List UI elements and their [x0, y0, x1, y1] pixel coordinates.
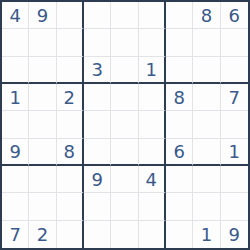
cell-r7c6[interactable]: 4 — [139, 166, 166, 193]
cell-r9c2[interactable]: 2 — [29, 221, 56, 248]
cell-r3c2[interactable] — [29, 57, 56, 84]
cell-r1c7[interactable] — [166, 2, 193, 29]
cell-r5c1[interactable] — [2, 111, 29, 138]
cell-r7c7[interactable] — [166, 166, 193, 193]
cell-r9c3[interactable] — [57, 221, 84, 248]
cell-r5c7[interactable] — [166, 111, 193, 138]
cell-r4c9[interactable]: 7 — [221, 84, 248, 111]
cell-r3c9[interactable] — [221, 57, 248, 84]
cell-r5c5[interactable] — [111, 111, 138, 138]
cell-r5c2[interactable] — [29, 111, 56, 138]
cell-r6c6[interactable] — [139, 139, 166, 166]
cell-r3c6[interactable]: 1 — [139, 57, 166, 84]
cell-r6c4[interactable] — [84, 139, 111, 166]
cell-r7c3[interactable] — [57, 166, 84, 193]
cell-r6c9[interactable]: 1 — [221, 139, 248, 166]
cell-r3c4[interactable]: 3 — [84, 57, 111, 84]
cell-r1c3[interactable] — [57, 2, 84, 29]
cell-r3c7[interactable] — [166, 57, 193, 84]
cell-r8c6[interactable] — [139, 193, 166, 220]
cell-r9c5[interactable] — [111, 221, 138, 248]
cell-r6c5[interactable] — [111, 139, 138, 166]
cell-r3c8[interactable] — [193, 57, 220, 84]
cell-r1c5[interactable] — [111, 2, 138, 29]
cell-r8c3[interactable] — [57, 193, 84, 220]
cell-r6c7[interactable]: 6 — [166, 139, 193, 166]
cell-r4c3[interactable]: 2 — [57, 84, 84, 111]
cell-r4c6[interactable] — [139, 84, 166, 111]
cell-r4c1[interactable]: 1 — [2, 84, 29, 111]
cell-r2c1[interactable] — [2, 29, 29, 56]
cell-r3c5[interactable] — [111, 57, 138, 84]
cell-r2c6[interactable] — [139, 29, 166, 56]
cell-r2c2[interactable] — [29, 29, 56, 56]
cell-r1c9[interactable]: 6 — [221, 2, 248, 29]
cell-r8c4[interactable] — [84, 193, 111, 220]
cell-r4c7[interactable]: 8 — [166, 84, 193, 111]
cell-r5c9[interactable] — [221, 111, 248, 138]
cell-r8c7[interactable] — [166, 193, 193, 220]
cell-r1c1[interactable]: 4 — [2, 2, 29, 29]
cell-r9c6[interactable] — [139, 221, 166, 248]
cell-r3c1[interactable] — [2, 57, 29, 84]
cell-r2c7[interactable] — [166, 29, 193, 56]
cell-r5c6[interactable] — [139, 111, 166, 138]
cell-r6c1[interactable]: 9 — [2, 139, 29, 166]
cell-r2c3[interactable] — [57, 29, 84, 56]
cell-r1c2[interactable]: 9 — [29, 2, 56, 29]
cell-r5c3[interactable] — [57, 111, 84, 138]
cell-r4c8[interactable] — [193, 84, 220, 111]
cell-r4c2[interactable] — [29, 84, 56, 111]
cell-r5c4[interactable] — [84, 111, 111, 138]
cell-r7c5[interactable] — [111, 166, 138, 193]
cell-r7c8[interactable] — [193, 166, 220, 193]
cell-r5c8[interactable] — [193, 111, 220, 138]
cell-r8c9[interactable] — [221, 193, 248, 220]
cell-r2c4[interactable] — [84, 29, 111, 56]
cell-r4c4[interactable] — [84, 84, 111, 111]
cell-r1c4[interactable] — [84, 2, 111, 29]
cell-r4c5[interactable] — [111, 84, 138, 111]
cell-r9c1[interactable]: 7 — [2, 221, 29, 248]
cell-r7c9[interactable] — [221, 166, 248, 193]
cell-r6c8[interactable] — [193, 139, 220, 166]
cell-r8c8[interactable] — [193, 193, 220, 220]
cell-r9c7[interactable] — [166, 221, 193, 248]
cell-r2c9[interactable] — [221, 29, 248, 56]
cell-r3c3[interactable] — [57, 57, 84, 84]
cell-r7c4[interactable]: 9 — [84, 166, 111, 193]
cell-r9c9[interactable]: 9 — [221, 221, 248, 248]
cell-r8c5[interactable] — [111, 193, 138, 220]
cell-r8c1[interactable] — [2, 193, 29, 220]
cell-r7c2[interactable] — [29, 166, 56, 193]
sudoku-board: 49863112879861947219 — [0, 0, 250, 250]
cell-r1c8[interactable]: 8 — [193, 2, 220, 29]
cell-r6c3[interactable]: 8 — [57, 139, 84, 166]
cell-r2c5[interactable] — [111, 29, 138, 56]
cell-r2c8[interactable] — [193, 29, 220, 56]
cell-r8c2[interactable] — [29, 193, 56, 220]
cell-r6c2[interactable] — [29, 139, 56, 166]
cell-r9c4[interactable] — [84, 221, 111, 248]
cell-r7c1[interactable] — [2, 166, 29, 193]
cell-r9c8[interactable]: 1 — [193, 221, 220, 248]
cell-r1c6[interactable] — [139, 2, 166, 29]
